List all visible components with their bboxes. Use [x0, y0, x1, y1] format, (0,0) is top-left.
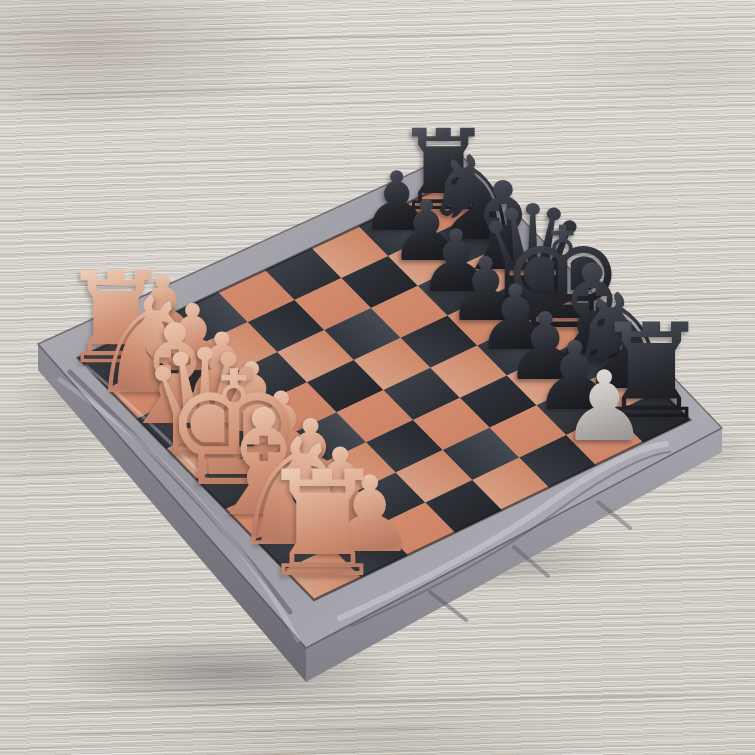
- photo-scene: ♜♞♝♛♚♝♞♜♟♟♟♟♟♟♟♟♟♟♟♟♟♟♟♟♜♞♝♛♚♝♞♜: [0, 0, 755, 755]
- piece-wR-h1: ♜: [257, 451, 388, 597]
- piece-bP-h7: ♟: [561, 357, 648, 454]
- chess-pieces-layer: ♜♞♝♛♚♝♞♜♟♟♟♟♟♟♟♟♟♟♟♟♟♟♟♟♜♞♝♛♚♝♞♜: [0, 0, 755, 755]
